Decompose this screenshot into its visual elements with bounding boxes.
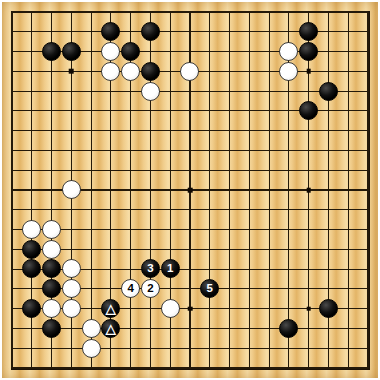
stone-white[interactable] — [279, 42, 298, 61]
board-intersection[interactable] — [22, 220, 42, 240]
board-intersection[interactable] — [140, 22, 160, 42]
triangle-mark-icon: △ — [106, 301, 116, 314]
stone-white[interactable] — [141, 82, 160, 101]
go-diagram: 31425△△ — [0, 0, 380, 380]
stone-black[interactable] — [42, 42, 61, 61]
stone-white[interactable] — [42, 240, 61, 259]
stone-black[interactable] — [62, 42, 81, 61]
stone-white[interactable] — [101, 62, 120, 81]
triangle-mark-icon: △ — [106, 321, 116, 334]
stone-white[interactable] — [161, 299, 180, 318]
board-intersection[interactable] — [101, 22, 121, 42]
board-intersection[interactable] — [22, 299, 42, 319]
board-intersection[interactable] — [42, 299, 62, 319]
board-intersection[interactable] — [61, 279, 81, 299]
board-intersection[interactable] — [121, 42, 141, 62]
stone-black[interactable]: 5 — [200, 279, 219, 298]
stone-black[interactable]: 3 — [141, 259, 160, 278]
move-number-label: 2 — [147, 283, 153, 295]
board-intersection[interactable]: 3 — [140, 259, 160, 279]
board-intersection[interactable] — [22, 239, 42, 259]
stone-black[interactable] — [299, 42, 318, 61]
board-intersection[interactable] — [279, 318, 299, 338]
board-intersection[interactable]: 4 — [121, 279, 141, 299]
stone-black[interactable] — [22, 299, 41, 318]
board-intersection[interactable] — [279, 61, 299, 81]
stone-black[interactable] — [42, 259, 61, 278]
stone-black[interactable] — [141, 22, 160, 41]
board-intersection[interactable] — [61, 259, 81, 279]
stone-black[interactable] — [22, 240, 41, 259]
board-intersection[interactable] — [42, 279, 62, 299]
stone-black[interactable] — [42, 279, 61, 298]
stone-black[interactable] — [319, 299, 338, 318]
stone-black[interactable] — [121, 42, 140, 61]
stone-black[interactable] — [299, 101, 318, 120]
board-intersection[interactable] — [22, 259, 42, 279]
stone-white[interactable] — [121, 62, 140, 81]
stone-white[interactable]: 2 — [141, 279, 160, 298]
board-intersection[interactable] — [101, 61, 121, 81]
stone-white[interactable] — [62, 259, 81, 278]
board-intersection[interactable] — [61, 42, 81, 62]
board-intersection[interactable] — [140, 61, 160, 81]
stone-black[interactable] — [22, 259, 41, 278]
board-intersection[interactable] — [299, 101, 319, 121]
board-intersection[interactable] — [42, 42, 62, 62]
stone-black[interactable]: △ — [101, 319, 120, 338]
stone-white[interactable] — [22, 220, 41, 239]
board-intersection[interactable] — [160, 299, 180, 319]
board-intersection[interactable]: 1 — [160, 259, 180, 279]
stone-white[interactable] — [62, 279, 81, 298]
stone-black[interactable] — [42, 319, 61, 338]
move-number-label: 4 — [127, 283, 133, 295]
board-intersection[interactable] — [299, 22, 319, 42]
board-intersection[interactable] — [42, 259, 62, 279]
stone-white[interactable] — [62, 180, 81, 199]
stone-white[interactable] — [62, 299, 81, 318]
stone-white[interactable] — [42, 299, 61, 318]
stone-black[interactable] — [141, 62, 160, 81]
stone-white[interactable] — [82, 339, 101, 358]
board-intersection[interactable] — [318, 299, 338, 319]
stone-black[interactable] — [319, 82, 338, 101]
stone-white[interactable]: 4 — [121, 279, 140, 298]
stone-black[interactable]: △ — [101, 299, 120, 318]
board-intersection[interactable] — [318, 81, 338, 101]
board-intersection[interactable]: 2 — [140, 279, 160, 299]
board-intersection[interactable] — [101, 42, 121, 62]
board-intersection[interactable] — [121, 61, 141, 81]
move-number-label: 1 — [167, 263, 173, 275]
stone-white[interactable] — [42, 220, 61, 239]
board-intersection[interactable] — [61, 180, 81, 200]
board-intersection[interactable] — [61, 299, 81, 319]
stone-black[interactable] — [279, 319, 298, 338]
board-intersection[interactable] — [140, 81, 160, 101]
stone-white[interactable] — [82, 319, 101, 338]
board-intersection[interactable] — [180, 61, 200, 81]
stone-black[interactable] — [299, 22, 318, 41]
board-intersection[interactable] — [42, 239, 62, 259]
move-number-label: 3 — [147, 263, 153, 275]
move-number-label: 5 — [206, 283, 212, 295]
go-board[interactable]: 31425△△ — [2, 2, 378, 378]
stone-white[interactable] — [180, 62, 199, 81]
board-intersection[interactable] — [81, 338, 101, 358]
stone-white[interactable] — [279, 62, 298, 81]
board-intersection[interactable]: △ — [101, 318, 121, 338]
stone-black[interactable] — [101, 22, 120, 41]
board-intersection[interactable] — [42, 318, 62, 338]
board-intersection[interactable]: △ — [101, 299, 121, 319]
board-intersection[interactable]: 5 — [200, 279, 220, 299]
board-intersection[interactable] — [81, 318, 101, 338]
stone-black[interactable]: 1 — [161, 259, 180, 278]
stone-white[interactable] — [101, 42, 120, 61]
board-intersection[interactable] — [279, 42, 299, 62]
board-intersection[interactable] — [42, 220, 62, 240]
board-intersection[interactable] — [299, 42, 319, 62]
